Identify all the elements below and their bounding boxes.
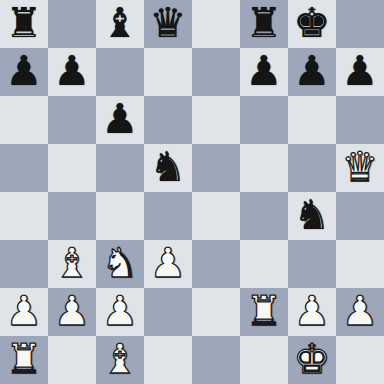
square-h3[interactable] — [336, 240, 384, 288]
chess-board: ♜♝♛♜♚♟♟♟♟♟♟♞♛♞♝♞♟♟♟♟♜♟♟♜♝♚ — [0, 0, 384, 384]
square-d8[interactable]: ♛ — [144, 0, 192, 48]
square-g8[interactable]: ♚ — [288, 0, 336, 48]
square-g2[interactable]: ♟ — [288, 288, 336, 336]
square-e1[interactable] — [192, 336, 240, 384]
square-h6[interactable] — [336, 96, 384, 144]
square-f2[interactable]: ♜ — [240, 288, 288, 336]
square-d4[interactable] — [144, 192, 192, 240]
square-a2[interactable]: ♟ — [0, 288, 48, 336]
white-knight-c3[interactable]: ♞ — [102, 239, 139, 287]
square-c2[interactable]: ♟ — [96, 288, 144, 336]
white-bishop-b3[interactable]: ♝ — [54, 239, 91, 287]
square-b5[interactable] — [48, 144, 96, 192]
square-b7[interactable]: ♟ — [48, 48, 96, 96]
square-d5[interactable]: ♞ — [144, 144, 192, 192]
white-pawn-b2[interactable]: ♟ — [54, 287, 91, 335]
square-c3[interactable]: ♞ — [96, 240, 144, 288]
black-bishop-c8[interactable]: ♝ — [102, 0, 139, 47]
white-pawn-a2[interactable]: ♟ — [6, 287, 43, 335]
square-b4[interactable] — [48, 192, 96, 240]
square-b8[interactable] — [48, 0, 96, 48]
square-e3[interactable] — [192, 240, 240, 288]
square-g7[interactable]: ♟ — [288, 48, 336, 96]
square-f3[interactable] — [240, 240, 288, 288]
square-f8[interactable]: ♜ — [240, 0, 288, 48]
square-d1[interactable] — [144, 336, 192, 384]
square-c4[interactable] — [96, 192, 144, 240]
square-e4[interactable] — [192, 192, 240, 240]
square-c7[interactable] — [96, 48, 144, 96]
black-queen-d8[interactable]: ♛ — [150, 0, 187, 47]
black-pawn-c6[interactable]: ♟ — [102, 95, 139, 143]
square-b3[interactable]: ♝ — [48, 240, 96, 288]
white-bishop-c1[interactable]: ♝ — [102, 335, 139, 383]
square-d2[interactable] — [144, 288, 192, 336]
square-e2[interactable] — [192, 288, 240, 336]
square-h2[interactable]: ♟ — [336, 288, 384, 336]
square-e6[interactable] — [192, 96, 240, 144]
square-h5[interactable]: ♛ — [336, 144, 384, 192]
square-f4[interactable] — [240, 192, 288, 240]
square-f5[interactable] — [240, 144, 288, 192]
square-c5[interactable] — [96, 144, 144, 192]
square-g5[interactable] — [288, 144, 336, 192]
square-a4[interactable] — [0, 192, 48, 240]
square-d7[interactable] — [144, 48, 192, 96]
square-d6[interactable] — [144, 96, 192, 144]
square-e8[interactable] — [192, 0, 240, 48]
black-knight-d5[interactable]: ♞ — [150, 143, 187, 191]
square-g6[interactable] — [288, 96, 336, 144]
black-pawn-h7[interactable]: ♟ — [342, 47, 379, 95]
square-d3[interactable]: ♟ — [144, 240, 192, 288]
square-h7[interactable]: ♟ — [336, 48, 384, 96]
white-queen-h5[interactable]: ♛ — [342, 143, 379, 191]
square-f6[interactable] — [240, 96, 288, 144]
white-king-g1[interactable]: ♚ — [294, 335, 331, 383]
black-pawn-f7[interactable]: ♟ — [246, 47, 283, 95]
square-g4[interactable]: ♞ — [288, 192, 336, 240]
square-c1[interactable]: ♝ — [96, 336, 144, 384]
black-pawn-g7[interactable]: ♟ — [294, 47, 331, 95]
square-g1[interactable]: ♚ — [288, 336, 336, 384]
white-rook-f2[interactable]: ♜ — [246, 287, 283, 335]
square-c6[interactable]: ♟ — [96, 96, 144, 144]
black-pawn-b7[interactable]: ♟ — [54, 47, 91, 95]
square-a8[interactable]: ♜ — [0, 0, 48, 48]
white-pawn-d3[interactable]: ♟ — [150, 239, 187, 287]
square-b6[interactable] — [48, 96, 96, 144]
black-knight-g4[interactable]: ♞ — [294, 191, 331, 239]
square-f7[interactable]: ♟ — [240, 48, 288, 96]
white-rook-a1[interactable]: ♜ — [6, 335, 43, 383]
square-h8[interactable] — [336, 0, 384, 48]
square-c8[interactable]: ♝ — [96, 0, 144, 48]
square-h1[interactable] — [336, 336, 384, 384]
white-pawn-h2[interactable]: ♟ — [342, 287, 379, 335]
black-king-g8[interactable]: ♚ — [294, 0, 331, 47]
square-e7[interactable] — [192, 48, 240, 96]
square-b1[interactable] — [48, 336, 96, 384]
square-f1[interactable] — [240, 336, 288, 384]
square-g3[interactable] — [288, 240, 336, 288]
chess-board-window: ♜♝♛♜♚♟♟♟♟♟♟♞♛♞♝♞♟♟♟♟♜♟♟♜♝♚ — [0, 0, 384, 384]
square-a5[interactable] — [0, 144, 48, 192]
square-a7[interactable]: ♟ — [0, 48, 48, 96]
square-a3[interactable] — [0, 240, 48, 288]
square-b2[interactable]: ♟ — [48, 288, 96, 336]
white-pawn-c2[interactable]: ♟ — [102, 287, 139, 335]
black-pawn-a7[interactable]: ♟ — [6, 47, 43, 95]
white-pawn-g2[interactable]: ♟ — [294, 287, 331, 335]
square-a1[interactable]: ♜ — [0, 336, 48, 384]
black-rook-f8[interactable]: ♜ — [246, 0, 283, 47]
black-rook-a8[interactable]: ♜ — [6, 0, 43, 47]
square-h4[interactable] — [336, 192, 384, 240]
square-a6[interactable] — [0, 96, 48, 144]
square-e5[interactable] — [192, 144, 240, 192]
